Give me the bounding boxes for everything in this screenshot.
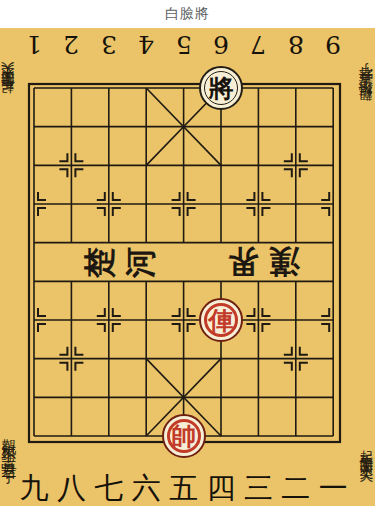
file-label-top: 9 [325,32,341,57]
file-label-top: 2 [63,32,79,57]
file-label-bottom: 三 [244,474,273,503]
file-label-top: 7 [250,32,266,57]
black-general[interactable]: 將 [199,66,243,110]
file-label-bottom: 五 [169,474,198,503]
file-label-top: 4 [138,32,154,57]
piece-character: 將 [209,76,234,101]
file-label-bottom: 七 [94,474,123,503]
file-label-top: 5 [176,32,192,57]
river-label-han-jie: 漢界 [218,240,300,284]
file-label-bottom: 九 [20,474,49,503]
file-label-top: 3 [101,32,117,57]
page-title: 白臉將 [0,0,375,28]
file-label-top: 1 [26,32,42,57]
motto-right-top: 觀棋不語真君子 [359,84,373,112]
river-label-chu-he: 楚 河 [84,240,156,284]
piece-character: 帥 [171,424,196,449]
file-label-bottom: 六 [132,474,161,503]
motto-left-top: 起手無回大丈夫 [1,84,15,105]
river-char-he: 河 [125,247,156,278]
river-char-chu: 楚 [84,247,115,278]
file-label-bottom: 四 [207,474,236,503]
file-label-bottom: 一 [319,474,348,503]
file-label-top: 8 [288,32,304,57]
file-label-bottom: 八 [57,474,86,503]
piece-character: 俥 [209,308,234,333]
xiangqi-board[interactable]: 123456789 九八七六五四三二一 楚 河 漢界 起手無回大丈夫 觀棋不語真… [0,28,375,506]
red-chariot[interactable]: 俥 [199,298,243,342]
file-label-top: 6 [213,32,229,57]
red-general[interactable]: 帥 [162,414,206,458]
motto-right-bottom: 起手無回大丈夫 [359,439,373,460]
file-label-bottom: 二 [281,474,310,503]
motto-left-bottom: 觀棋不語真君子 [1,427,16,462]
